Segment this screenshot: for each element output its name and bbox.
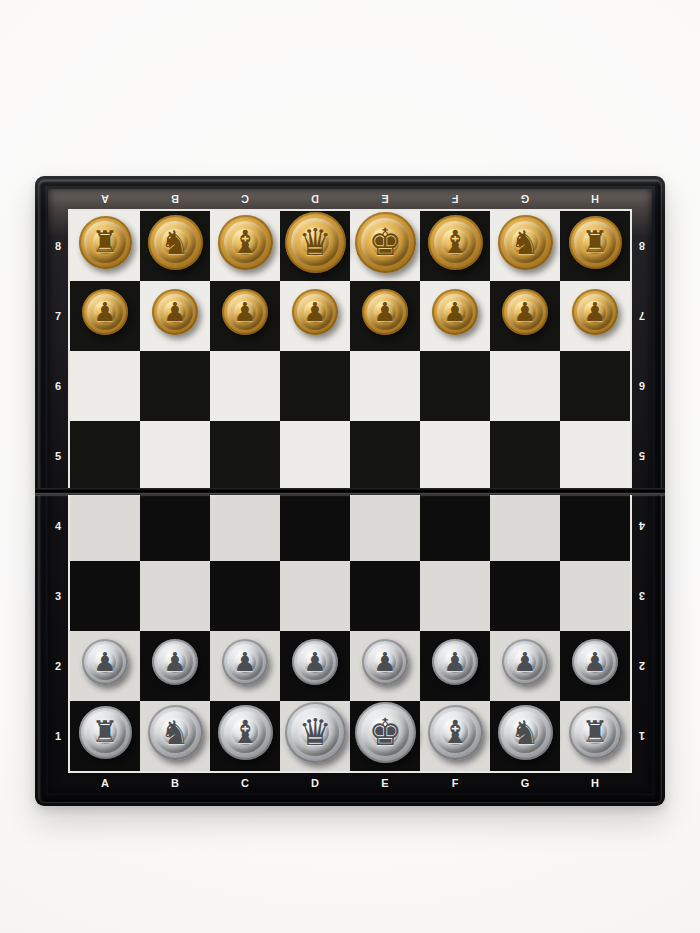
square-e7: ♟ (350, 281, 420, 351)
file-labels-top: ABCDEFGH (70, 189, 630, 209)
piece-silver-bishop-c1: ♝ (218, 705, 273, 760)
piece-silver-pawn-b2: ♟ (152, 639, 198, 685)
piece-gold-rook-a8: ♜ (79, 216, 132, 269)
pawn-glyph: ♟ (373, 649, 396, 675)
chess-board: ABCDEFGH ABCDEFGH 87654321 87654321 ♜♞♝♛… (35, 176, 665, 806)
file-label-b-top: B (140, 189, 210, 209)
pawn-glyph: ♟ (303, 299, 326, 325)
pawn-glyph: ♟ (583, 649, 606, 675)
piece-silver-pawn-d2: ♟ (292, 639, 338, 685)
rank-labels-left: 87654321 (48, 211, 68, 771)
file-label-c-bottom: C (210, 773, 280, 793)
knight-glyph: ♞ (510, 226, 540, 259)
square-b5 (140, 421, 210, 491)
piece-silver-pawn-e2: ♟ (362, 639, 408, 685)
square-f3 (420, 561, 490, 631)
file-label-d-bottom: D (280, 773, 350, 793)
knight-glyph: ♞ (160, 716, 190, 749)
square-e1: ♚ (350, 701, 420, 771)
square-c1: ♝ (210, 701, 280, 771)
square-h5 (560, 421, 630, 491)
square-h4 (560, 491, 630, 561)
square-c3 (210, 561, 280, 631)
file-label-a-top: A (70, 189, 140, 209)
square-b8: ♞ (140, 211, 210, 281)
piece-gold-rook-h8: ♜ (569, 216, 622, 269)
piece-silver-pawn-a2: ♟ (82, 639, 128, 685)
square-f7: ♟ (420, 281, 490, 351)
square-f4 (420, 491, 490, 561)
square-b1: ♞ (140, 701, 210, 771)
rook-glyph: ♜ (92, 717, 119, 747)
pawn-glyph: ♟ (443, 299, 466, 325)
square-a7: ♟ (70, 281, 140, 351)
queen-glyph: ♛ (298, 714, 331, 751)
file-label-c-top: C (210, 189, 280, 209)
piece-silver-pawn-h2: ♟ (572, 639, 618, 685)
pawn-glyph: ♟ (303, 649, 326, 675)
rank-label-6-right: 6 (632, 351, 652, 421)
file-label-b-bottom: B (140, 773, 210, 793)
square-c7: ♟ (210, 281, 280, 351)
square-f5 (420, 421, 490, 491)
rank-label-4-left: 4 (48, 491, 68, 561)
piece-gold-pawn-e7: ♟ (362, 289, 408, 335)
bishop-glyph: ♝ (441, 716, 470, 748)
square-e8: ♚ (350, 211, 420, 281)
king-glyph: ♚ (368, 714, 401, 751)
square-a2: ♟ (70, 631, 140, 701)
bishop-glyph: ♝ (231, 226, 260, 258)
square-g2: ♟ (490, 631, 560, 701)
rank-label-4-right: 4 (632, 491, 652, 561)
file-labels-bottom: ABCDEFGH (70, 773, 630, 793)
square-a4 (70, 491, 140, 561)
rank-label-1-left: 1 (48, 701, 68, 771)
square-a1: ♜ (70, 701, 140, 771)
piece-gold-king-e8: ♚ (355, 212, 416, 273)
square-d1: ♛ (280, 701, 350, 771)
rank-label-1-right: 1 (632, 701, 652, 771)
piece-gold-pawn-b7: ♟ (152, 289, 198, 335)
file-label-h-bottom: H (560, 773, 630, 793)
piece-gold-pawn-d7: ♟ (292, 289, 338, 335)
rank-label-8-left: 8 (48, 211, 68, 281)
piece-gold-pawn-g7: ♟ (502, 289, 548, 335)
square-e2: ♟ (350, 631, 420, 701)
knight-glyph: ♞ (510, 716, 540, 749)
square-d3 (280, 561, 350, 631)
pawn-glyph: ♟ (233, 299, 256, 325)
square-g4 (490, 491, 560, 561)
piece-gold-knight-g8: ♞ (498, 215, 553, 270)
piece-silver-pawn-g2: ♟ (502, 639, 548, 685)
square-h6 (560, 351, 630, 421)
rank-label-3-left: 3 (48, 561, 68, 631)
square-b2: ♟ (140, 631, 210, 701)
rank-label-3-right: 3 (632, 561, 652, 631)
square-e6 (350, 351, 420, 421)
square-c8: ♝ (210, 211, 280, 281)
board-face: ABCDEFGH ABCDEFGH 87654321 87654321 ♜♞♝♛… (48, 189, 652, 793)
file-label-e-top: E (350, 189, 420, 209)
piece-silver-rook-h1: ♜ (569, 706, 622, 759)
square-h1: ♜ (560, 701, 630, 771)
square-b7: ♟ (140, 281, 210, 351)
square-f1: ♝ (420, 701, 490, 771)
file-label-h-top: H (560, 189, 630, 209)
file-label-d-top: D (280, 189, 350, 209)
rank-label-7-right: 7 (632, 281, 652, 351)
file-label-f-top: F (420, 189, 490, 209)
square-g6 (490, 351, 560, 421)
square-d7: ♟ (280, 281, 350, 351)
pawn-glyph: ♟ (583, 299, 606, 325)
piece-silver-knight-b1: ♞ (148, 705, 203, 760)
rank-label-2-left: 2 (48, 631, 68, 701)
rank-label-2-right: 2 (632, 631, 652, 701)
square-g1: ♞ (490, 701, 560, 771)
square-c2: ♟ (210, 631, 280, 701)
square-c5 (210, 421, 280, 491)
file-label-e-bottom: E (350, 773, 420, 793)
square-d6 (280, 351, 350, 421)
square-e5 (350, 421, 420, 491)
rank-label-5-right: 5 (632, 421, 652, 491)
square-g3 (490, 561, 560, 631)
square-a6 (70, 351, 140, 421)
pawn-glyph: ♟ (163, 649, 186, 675)
square-d8: ♛ (280, 211, 350, 281)
pawn-glyph: ♟ (93, 299, 116, 325)
piece-silver-queen-d1: ♛ (285, 702, 346, 763)
square-h3 (560, 561, 630, 631)
board-grid: ♜♞♝♛♚♝♞♜♟♟♟♟♟♟♟♟♟♟♟♟♟♟♟♟♜♞♝♛♚♝♞♜ (70, 211, 630, 771)
pawn-glyph: ♟ (163, 299, 186, 325)
square-f8: ♝ (420, 211, 490, 281)
queen-glyph: ♛ (298, 224, 331, 261)
piece-silver-pawn-c2: ♟ (222, 639, 268, 685)
grid-border: ♜♞♝♛♚♝♞♜♟♟♟♟♟♟♟♟♟♟♟♟♟♟♟♟♜♞♝♛♚♝♞♜ (68, 209, 632, 773)
rook-glyph: ♜ (92, 227, 119, 257)
piece-silver-rook-a1: ♜ (79, 706, 132, 759)
pawn-glyph: ♟ (233, 649, 256, 675)
pawn-glyph: ♟ (513, 649, 536, 675)
pawn-glyph: ♟ (513, 299, 536, 325)
square-d4 (280, 491, 350, 561)
piece-gold-pawn-a7: ♟ (82, 289, 128, 335)
rook-glyph: ♜ (582, 717, 609, 747)
piece-silver-pawn-f2: ♟ (432, 639, 478, 685)
king-glyph: ♚ (368, 224, 401, 261)
piece-gold-pawn-c7: ♟ (222, 289, 268, 335)
square-e4 (350, 491, 420, 561)
file-label-f-bottom: F (420, 773, 490, 793)
square-a8: ♜ (70, 211, 140, 281)
rank-label-7-left: 7 (48, 281, 68, 351)
square-h7: ♟ (560, 281, 630, 351)
piece-gold-pawn-f7: ♟ (432, 289, 478, 335)
piece-gold-queen-d8: ♛ (285, 212, 346, 273)
rank-label-8-right: 8 (632, 211, 652, 281)
piece-gold-pawn-h7: ♟ (572, 289, 618, 335)
pawn-glyph: ♟ (93, 649, 116, 675)
pawn-glyph: ♟ (443, 649, 466, 675)
square-e3 (350, 561, 420, 631)
rook-glyph: ♜ (582, 227, 609, 257)
photo-background: ABCDEFGH ABCDEFGH 87654321 87654321 ♜♞♝♛… (0, 0, 700, 933)
file-label-g-bottom: G (490, 773, 560, 793)
piece-gold-knight-b8: ♞ (148, 215, 203, 270)
knight-glyph: ♞ (160, 226, 190, 259)
square-b3 (140, 561, 210, 631)
file-label-a-bottom: A (70, 773, 140, 793)
square-g8: ♞ (490, 211, 560, 281)
square-b6 (140, 351, 210, 421)
square-g5 (490, 421, 560, 491)
square-c4 (210, 491, 280, 561)
piece-silver-bishop-f1: ♝ (428, 705, 483, 760)
square-b4 (140, 491, 210, 561)
piece-gold-bishop-f8: ♝ (428, 215, 483, 270)
square-g7: ♟ (490, 281, 560, 351)
piece-silver-knight-g1: ♞ (498, 705, 553, 760)
pawn-glyph: ♟ (373, 299, 396, 325)
rank-labels-right: 87654321 (632, 211, 652, 771)
square-h8: ♜ (560, 211, 630, 281)
file-label-g-top: G (490, 189, 560, 209)
square-f6 (420, 351, 490, 421)
square-a5 (70, 421, 140, 491)
rank-label-5-left: 5 (48, 421, 68, 491)
square-f2: ♟ (420, 631, 490, 701)
piece-gold-bishop-c8: ♝ (218, 215, 273, 270)
square-h2: ♟ (560, 631, 630, 701)
rank-label-6-left: 6 (48, 351, 68, 421)
piece-silver-king-e1: ♚ (355, 702, 416, 763)
bishop-glyph: ♝ (231, 716, 260, 748)
square-d5 (280, 421, 350, 491)
square-a3 (70, 561, 140, 631)
square-d2: ♟ (280, 631, 350, 701)
bishop-glyph: ♝ (441, 226, 470, 258)
square-c6 (210, 351, 280, 421)
